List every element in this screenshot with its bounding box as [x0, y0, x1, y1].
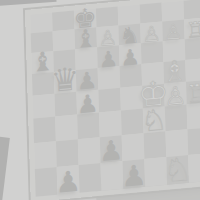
board-square: ♖	[186, 80, 200, 105]
board-square	[52, 11, 74, 32]
board-square: ♙	[140, 21, 163, 43]
board-square	[31, 31, 54, 53]
board-square	[33, 116, 56, 143]
board-square	[34, 141, 57, 169]
board-square	[187, 127, 200, 155]
board-square: ♗	[163, 60, 186, 84]
board-square	[185, 37, 200, 60]
board-square: ♚	[74, 9, 96, 30]
board-square	[120, 64, 143, 88]
board-square	[55, 114, 78, 141]
board-square: ♙	[96, 25, 119, 47]
board-square	[33, 94, 56, 119]
board-square	[144, 131, 167, 159]
board-square: ♘	[166, 155, 189, 185]
board-square: ♟	[57, 165, 80, 195]
board-square	[163, 39, 186, 62]
board-square: ♟	[76, 90, 99, 115]
board-square: ♟	[100, 135, 123, 163]
board-square	[165, 105, 188, 132]
board-square	[184, 0, 200, 19]
black-pawn: ♟	[55, 167, 82, 198]
photo-edge-top-left	[0, 0, 57, 6]
board-square: ♘	[143, 107, 166, 134]
board-square	[166, 129, 189, 157]
board-square	[55, 92, 78, 117]
board-square: ♔	[142, 84, 165, 109]
board-square: ♝	[75, 27, 98, 49]
board-square	[188, 153, 200, 183]
board-square	[187, 103, 200, 130]
board-square	[185, 58, 200, 82]
board-square	[118, 5, 140, 26]
board-square: ♞	[118, 23, 141, 45]
board-square	[98, 88, 121, 113]
board-square	[78, 137, 101, 165]
chessboard: ♚♝♙♞♙♙♖♝♟♟♛♟♗♟♔♙♖♘♟♟♟♘	[25, 0, 200, 200]
board-square: ♟	[97, 45, 120, 68]
board-square	[144, 157, 167, 187]
board-square	[121, 109, 144, 136]
board-square	[122, 133, 145, 161]
board-square	[96, 7, 118, 28]
board-square	[141, 41, 164, 64]
board-square: ♟	[119, 43, 142, 66]
board-square	[141, 62, 164, 86]
board-square	[30, 13, 52, 34]
board-square: ♟	[122, 159, 145, 189]
board-square	[53, 29, 76, 51]
board-square	[35, 167, 58, 197]
board-square	[140, 3, 162, 24]
board-square	[53, 49, 76, 72]
board-square	[99, 111, 122, 138]
black-pawn: ♟	[120, 161, 147, 192]
board-square: ♟	[76, 68, 99, 92]
board-square: ♝	[31, 51, 54, 74]
board-square	[75, 47, 98, 70]
board-square	[162, 1, 184, 22]
board-square: ♙	[164, 82, 187, 107]
board-square: ♖	[184, 17, 200, 39]
chess-photo: ♚♝♙♞♙♙♖♝♟♟♛♟♗♟♔♙♖♘♟♟♟♘	[0, 0, 200, 200]
board-square	[98, 66, 121, 90]
board-square	[32, 72, 55, 96]
board-square	[79, 163, 102, 193]
board-square	[56, 139, 79, 167]
board-square	[101, 161, 124, 191]
board-square	[77, 113, 100, 140]
board-square: ♛	[54, 70, 77, 94]
board-square: ♙	[162, 19, 185, 41]
board-square	[120, 86, 143, 111]
photo-edge-bottom-left	[0, 136, 10, 200]
